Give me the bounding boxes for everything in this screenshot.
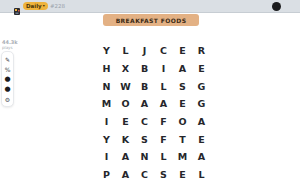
grid-cell-r2c6[interactable]: E <box>192 60 211 78</box>
daily-mode-label: Daily <box>26 2 42 10</box>
grid-cell-r4c1[interactable]: M <box>97 95 116 113</box>
grid-cell-r8c5[interactable]: E <box>173 166 192 180</box>
grid-cell-r3c4[interactable]: L <box>154 77 173 95</box>
grid-cell-r6c4[interactable]: F <box>154 130 173 148</box>
grid-cell-r4c3[interactable]: A <box>135 95 154 113</box>
grid-cell-r7c1[interactable]: I <box>97 148 116 166</box>
marker-black-icon[interactable]: ● <box>3 84 12 94</box>
tool-panel: ✎%●●⚙ <box>1 51 14 107</box>
top-bar: Daily ▾ #228 <box>0 0 300 13</box>
grid-cell-r6c1[interactable]: Y <box>97 130 116 148</box>
settings-gear-icon[interactable]: ⚙ <box>3 94 12 104</box>
grid-cell-r8c3[interactable]: C <box>135 166 154 180</box>
grid-cell-r1c6[interactable]: R <box>192 42 211 60</box>
grid-cell-r1c1[interactable]: Y <box>97 42 116 60</box>
chevron-down-icon: ▾ <box>43 2 45 10</box>
grid-cell-r5c1[interactable]: I <box>97 113 116 131</box>
pencil-icon[interactable]: ✎ <box>3 54 12 64</box>
grid-cell-r4c5[interactable]: E <box>173 95 192 113</box>
grid-cell-r5c3[interactable]: C <box>135 113 154 131</box>
grid-cell-r7c5[interactable]: M <box>173 148 192 166</box>
puzzle-number: #228 <box>50 3 65 9</box>
grid-cell-r1c2[interactable]: L <box>116 42 135 60</box>
grid-cell-r6c6[interactable]: E <box>192 130 211 148</box>
grid-cell-r4c4[interactable]: A <box>154 95 173 113</box>
play-count: 44.3k plays <box>2 40 20 50</box>
grid-cell-r7c4[interactable]: L <box>154 148 173 166</box>
grid-cell-r8c6[interactable]: L <box>192 166 211 180</box>
grid-cell-r6c2[interactable]: K <box>116 130 135 148</box>
grid-cell-r7c3[interactable]: N <box>135 148 154 166</box>
grid-cell-r2c2[interactable]: X <box>116 60 135 78</box>
grid-cell-r7c6[interactable]: A <box>192 148 211 166</box>
grid-cell-r7c2[interactable]: A <box>116 148 135 166</box>
grid-cell-r1c4[interactable]: C <box>154 42 173 60</box>
grid-cell-r6c3[interactable]: S <box>135 130 154 148</box>
grid-cell-r1c5[interactable]: E <box>173 42 192 60</box>
grid-cell-r2c1[interactable]: H <box>97 60 116 78</box>
grid-cell-r2c5[interactable]: A <box>173 60 192 78</box>
play-count-label: plays <box>2 46 20 51</box>
puzzle-title-banner: BREAKFAST FOODS <box>103 14 199 26</box>
grid-cell-r2c4[interactable]: I <box>154 60 173 78</box>
grid-cell-r2c3[interactable]: B <box>135 60 154 78</box>
grid-cell-r4c6[interactable]: G <box>192 95 211 113</box>
grid-cell-r3c2[interactable]: W <box>116 77 135 95</box>
hint-icon[interactable]: % <box>3 64 12 74</box>
grid-cell-r5c4[interactable]: F <box>154 113 173 131</box>
grid-cell-r4c2[interactable]: O <box>116 95 135 113</box>
app-logo-icon[interactable] <box>13 1 21 10</box>
grid-cell-r3c3[interactable]: B <box>135 77 154 95</box>
grid-cell-r5c6[interactable]: A <box>192 113 211 131</box>
puzzle-title: BREAKFAST FOODS <box>116 17 187 24</box>
word-grid: YLJCERHXBIAENWBLSGMOAAEGIECFOAYKSFTEIANL… <box>97 42 211 180</box>
avatar[interactable] <box>272 2 281 11</box>
marker-dark-icon[interactable]: ● <box>3 74 12 84</box>
grid-cell-r3c6[interactable]: G <box>192 77 211 95</box>
grid-cell-r8c1[interactable]: P <box>97 166 116 180</box>
grid-cell-r8c2[interactable]: A <box>116 166 135 180</box>
grid-cell-r8c4[interactable]: S <box>154 166 173 180</box>
grid-cell-r3c5[interactable]: S <box>173 77 192 95</box>
daily-mode-dropdown[interactable]: Daily ▾ <box>23 2 48 10</box>
grid-cell-r3c1[interactable]: N <box>97 77 116 95</box>
grid-cell-r6c5[interactable]: T <box>173 130 192 148</box>
grid-cell-r5c5[interactable]: O <box>173 113 192 131</box>
grid-cell-r1c3[interactable]: J <box>135 42 154 60</box>
grid-cell-r5c2[interactable]: E <box>116 113 135 131</box>
